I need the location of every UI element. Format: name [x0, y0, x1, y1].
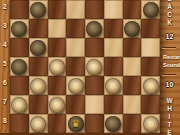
white-piece[interactable]	[105, 78, 121, 94]
square-r6c4[interactable]	[66, 76, 85, 95]
white-piece[interactable]	[30, 116, 46, 132]
square-r2c6[interactable]	[104, 0, 123, 19]
black-piece[interactable]	[124, 21, 140, 37]
square-r3c8[interactable]	[141, 19, 160, 38]
square-r4c1[interactable]	[10, 38, 29, 57]
square-r3c7[interactable]	[123, 19, 142, 38]
square-r3c4[interactable]	[66, 19, 85, 38]
board: ♛	[10, 0, 160, 133]
square-r7c1[interactable]	[10, 95, 29, 114]
square-r6c1[interactable]	[10, 76, 29, 95]
square-r4c7[interactable]	[123, 38, 142, 57]
board-frame-bottom-edge	[0, 133, 160, 135]
square-r8c7[interactable]	[123, 114, 142, 133]
black-player-label: BLACK	[166, 0, 173, 27]
square-r5c7[interactable]	[123, 57, 142, 76]
square-r7c8[interactable]	[141, 95, 160, 114]
square-r3c6[interactable]	[104, 19, 123, 38]
square-r8c2[interactable]	[29, 114, 48, 133]
square-r5c6[interactable]	[104, 57, 123, 76]
square-r8c8[interactable]	[141, 114, 160, 133]
white-player-label: WHITE	[166, 97, 173, 135]
board-row-labels: 2345678	[0, 0, 10, 133]
square-r5c3[interactable]	[48, 57, 67, 76]
sidebar-divider-bottom	[162, 74, 176, 76]
black-piece-count: 12	[160, 33, 179, 40]
row-label-6: 6	[0, 73, 10, 92]
square-r8c4[interactable]: ♛	[66, 114, 85, 133]
square-r2c5[interactable]	[85, 0, 104, 19]
square-r6c5[interactable]	[85, 76, 104, 95]
square-r5c4[interactable]	[66, 57, 85, 76]
square-r4c4[interactable]	[66, 38, 85, 57]
black-piece[interactable]	[143, 2, 159, 18]
square-r6c7[interactable]	[123, 76, 142, 95]
white-piece[interactable]	[68, 78, 84, 94]
white-piece-count: 10	[160, 81, 179, 88]
row-label-5: 5	[0, 54, 10, 73]
square-r6c3[interactable]	[48, 76, 67, 95]
row-label-8: 8	[0, 111, 10, 130]
square-r8c5[interactable]	[85, 114, 104, 133]
square-r7c4[interactable]	[66, 95, 85, 114]
square-r2c1[interactable]	[10, 0, 29, 19]
sidebar-divider-top	[162, 47, 176, 49]
square-r8c6[interactable]	[104, 114, 123, 133]
square-r3c5[interactable]	[85, 19, 104, 38]
white-piece[interactable]	[86, 59, 102, 75]
black-piece[interactable]	[86, 21, 102, 37]
black-piece[interactable]	[105, 116, 121, 132]
row-label-4: 4	[0, 35, 10, 54]
square-r6c8[interactable]	[141, 76, 160, 95]
sidebar: BLACK 12 Restart Sound 10 WHITE	[160, 0, 180, 135]
square-r2c2[interactable]	[29, 0, 48, 19]
white-piece[interactable]	[143, 116, 159, 132]
square-r8c1[interactable]	[10, 114, 29, 133]
square-r7c7[interactable]	[123, 95, 142, 114]
checkers-game-window: 2345678 ♛ BLACK 12 Restart Sound 10 WHIT…	[0, 0, 180, 135]
square-r2c7[interactable]	[123, 0, 142, 19]
white-piece[interactable]	[49, 59, 65, 75]
restart-button[interactable]: Restart	[163, 54, 180, 60]
row-label-3: 3	[0, 16, 10, 35]
square-r7c3[interactable]	[48, 95, 67, 114]
square-r4c2[interactable]	[29, 38, 48, 57]
black-piece[interactable]	[11, 21, 27, 37]
square-r5c2[interactable]	[29, 57, 48, 76]
square-r5c5[interactable]	[85, 57, 104, 76]
square-r7c6[interactable]	[104, 95, 123, 114]
black-piece[interactable]	[30, 2, 46, 18]
square-r4c8[interactable]	[141, 38, 160, 57]
square-r6c2[interactable]	[29, 76, 48, 95]
square-r4c6[interactable]	[104, 38, 123, 57]
square-r3c3[interactable]	[48, 19, 67, 38]
square-r6c6[interactable]	[104, 76, 123, 95]
square-r5c1[interactable]	[10, 57, 29, 76]
square-r4c3[interactable]	[48, 38, 67, 57]
row-label-2: 2	[0, 0, 10, 16]
white-piece[interactable]	[11, 97, 27, 113]
black-piece[interactable]	[30, 40, 46, 56]
square-r8c3[interactable]	[48, 114, 67, 133]
sound-button[interactable]: Sound	[163, 62, 180, 68]
square-r3c1[interactable]	[10, 19, 29, 38]
row-label-7: 7	[0, 92, 10, 111]
square-r3c2[interactable]	[29, 19, 48, 38]
black-king-piece[interactable]: ♛	[68, 116, 84, 132]
square-r7c5[interactable]	[85, 95, 104, 114]
square-r5c8[interactable]	[141, 57, 160, 76]
white-piece[interactable]	[143, 78, 159, 94]
square-r2c3[interactable]	[48, 0, 67, 19]
white-piece[interactable]	[30, 78, 46, 94]
square-r7c2[interactable]	[29, 95, 48, 114]
white-piece[interactable]	[49, 97, 65, 113]
black-piece[interactable]	[11, 59, 27, 75]
square-r4c5[interactable]	[85, 38, 104, 57]
square-r2c4[interactable]	[66, 0, 85, 19]
square-r2c8[interactable]	[141, 0, 160, 19]
